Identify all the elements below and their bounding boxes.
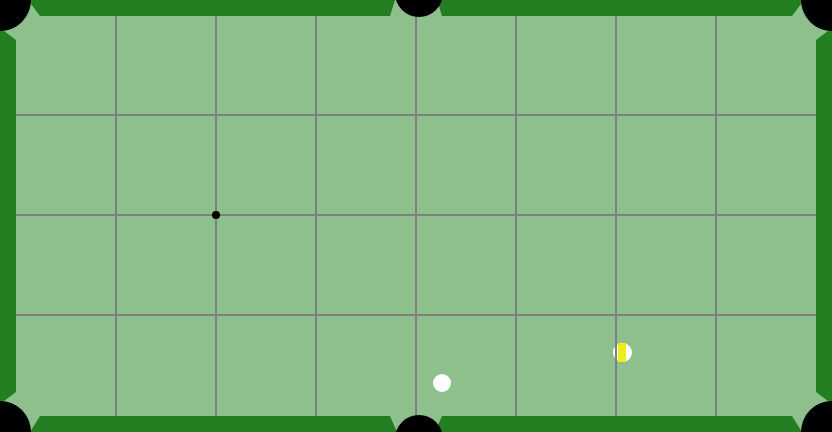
grid-line-horizontal: [16, 314, 816, 316]
pool-table[interactable]: [0, 0, 832, 432]
grid-line-horizontal: [16, 214, 816, 216]
grid-line-vertical: [315, 16, 317, 416]
grid-line-vertical: [115, 16, 117, 416]
grid-line-horizontal: [16, 114, 816, 116]
head-spot: [212, 211, 220, 219]
nine-ball-stripe: [618, 343, 626, 362]
grid-line-vertical: [615, 16, 617, 416]
grid-line-vertical: [415, 16, 417, 416]
cue-ball[interactable]: [433, 374, 451, 392]
grid-line-vertical: [515, 16, 517, 416]
grid-line-vertical: [715, 16, 717, 416]
